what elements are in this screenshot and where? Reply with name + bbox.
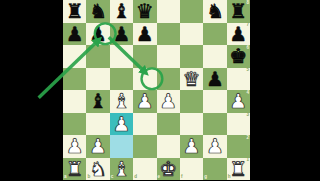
letterboxed-video-frame: ♜♞♝♛♞♜8♟♟♟♟♟7♚6♛♟5♝♝♟♟♟4♟3♟♟♟♟2♜a♞b♝cd♚e… <box>0 0 320 180</box>
square-d4[interactable]: ♟ <box>133 90 156 113</box>
piece-white-pawn-a2[interactable]: ♟ <box>66 136 84 156</box>
square-d6[interactable] <box>133 45 156 68</box>
square-b8[interactable]: ♞ <box>86 0 109 23</box>
square-g2[interactable]: ♟ <box>203 135 226 158</box>
piece-white-queen-f5[interactable]: ♛ <box>183 68 201 88</box>
piece-black-pawn-b7[interactable]: ♟ <box>89 23 107 43</box>
square-e1[interactable]: ♚e <box>157 158 180 181</box>
square-e8[interactable] <box>157 0 180 23</box>
square-a4[interactable] <box>63 90 86 113</box>
piece-white-king-e1[interactable]: ♚ <box>159 158 177 178</box>
square-a2[interactable]: ♟ <box>63 135 86 158</box>
piece-white-pawn-h4[interactable]: ♟ <box>229 91 247 111</box>
piece-white-pawn-e4[interactable]: ♟ <box>159 91 177 111</box>
coord-rank-3: 3 <box>246 113 249 118</box>
piece-black-queen-d8[interactable]: ♛ <box>136 1 154 21</box>
square-c3[interactable]: ♟ <box>110 113 133 136</box>
square-h2[interactable]: 2 <box>227 135 250 158</box>
square-g7[interactable] <box>203 23 226 46</box>
square-c4[interactable]: ♝ <box>110 90 133 113</box>
coord-file-d: d <box>134 175 137 180</box>
square-g4[interactable] <box>203 90 226 113</box>
piece-black-rook-a8[interactable]: ♜ <box>66 1 84 21</box>
piece-black-knight-b8[interactable]: ♞ <box>89 1 107 21</box>
square-g1[interactable]: g <box>203 158 226 181</box>
square-f6[interactable] <box>180 45 203 68</box>
square-f1[interactable]: f <box>180 158 203 181</box>
piece-white-pawn-b2[interactable]: ♟ <box>89 136 107 156</box>
square-b4[interactable]: ♝ <box>86 90 109 113</box>
square-g6[interactable] <box>203 45 226 68</box>
square-g8[interactable]: ♞ <box>203 0 226 23</box>
piece-black-pawn-h7[interactable]: ♟ <box>229 23 247 43</box>
square-e6[interactable] <box>157 45 180 68</box>
square-f7[interactable] <box>180 23 203 46</box>
piece-black-rook-h8[interactable]: ♜ <box>229 1 247 21</box>
square-b2[interactable]: ♟ <box>86 135 109 158</box>
piece-white-pawn-d4[interactable]: ♟ <box>136 91 154 111</box>
square-c2[interactable] <box>110 135 133 158</box>
coord-rank-5: 5 <box>246 68 249 73</box>
square-a8[interactable]: ♜ <box>63 0 86 23</box>
square-h8[interactable]: ♜8 <box>227 0 250 23</box>
chess-board: ♜♞♝♛♞♜8♟♟♟♟♟7♚6♛♟5♝♝♟♟♟4♟3♟♟♟♟2♜a♞b♝cd♚e… <box>63 0 250 180</box>
square-h6[interactable]: ♚6 <box>227 45 250 68</box>
piece-white-bishop-c1[interactable]: ♝ <box>112 158 130 178</box>
square-d3[interactable] <box>133 113 156 136</box>
piece-black-king-h6[interactable]: ♚ <box>229 46 247 66</box>
square-a1[interactable]: ♜a <box>63 158 86 181</box>
square-b5[interactable] <box>86 68 109 91</box>
square-c7[interactable]: ♟ <box>110 23 133 46</box>
piece-black-knight-g8[interactable]: ♞ <box>206 1 224 21</box>
square-a5[interactable] <box>63 68 86 91</box>
piece-black-bishop-b4[interactable]: ♝ <box>89 91 107 111</box>
square-c6[interactable] <box>110 45 133 68</box>
coord-file-g: g <box>204 175 207 180</box>
square-g5[interactable]: ♟ <box>203 68 226 91</box>
square-h1[interactable]: ♜h1 <box>227 158 250 181</box>
square-c8[interactable]: ♝ <box>110 0 133 23</box>
piece-black-bishop-c8[interactable]: ♝ <box>112 1 130 21</box>
square-h7[interactable]: ♟7 <box>227 23 250 46</box>
piece-white-knight-b1[interactable]: ♞ <box>89 158 107 178</box>
square-f8[interactable] <box>180 0 203 23</box>
square-b1[interactable]: ♞b <box>86 158 109 181</box>
piece-white-rook-h1[interactable]: ♜ <box>229 158 247 178</box>
piece-white-pawn-g2[interactable]: ♟ <box>206 136 224 156</box>
coord-file-f: f <box>181 175 183 180</box>
square-h3[interactable]: 3 <box>227 113 250 136</box>
piece-white-rook-a1[interactable]: ♜ <box>66 158 84 178</box>
square-e5[interactable] <box>157 68 180 91</box>
square-e2[interactable] <box>157 135 180 158</box>
square-e3[interactable] <box>157 113 180 136</box>
square-d8[interactable]: ♛ <box>133 0 156 23</box>
square-f4[interactable] <box>180 90 203 113</box>
piece-black-pawn-g5[interactable]: ♟ <box>206 68 224 88</box>
square-d7[interactable]: ♟ <box>133 23 156 46</box>
piece-white-bishop-c4[interactable]: ♝ <box>112 91 130 111</box>
square-c1[interactable]: ♝c <box>110 158 133 181</box>
coord-rank-2: 2 <box>246 136 249 141</box>
piece-black-pawn-c7[interactable]: ♟ <box>112 23 130 43</box>
square-d2[interactable] <box>133 135 156 158</box>
square-e4[interactable]: ♟ <box>157 90 180 113</box>
square-b3[interactable] <box>86 113 109 136</box>
square-h4[interactable]: ♟4 <box>227 90 250 113</box>
square-b6[interactable] <box>86 45 109 68</box>
square-a6[interactable] <box>63 45 86 68</box>
square-e7[interactable] <box>157 23 180 46</box>
piece-white-pawn-c3[interactable]: ♟ <box>112 113 130 133</box>
square-h5[interactable]: 5 <box>227 68 250 91</box>
piece-black-pawn-d7[interactable]: ♟ <box>136 23 154 43</box>
piece-black-pawn-a7[interactable]: ♟ <box>66 23 84 43</box>
square-a7[interactable]: ♟ <box>63 23 86 46</box>
square-f5[interactable]: ♛ <box>180 68 203 91</box>
square-b7[interactable]: ♟ <box>86 23 109 46</box>
square-d5[interactable] <box>133 68 156 91</box>
square-c5[interactable] <box>110 68 133 91</box>
square-d1[interactable]: d <box>133 158 156 181</box>
square-a3[interactable] <box>63 113 86 136</box>
square-f3[interactable] <box>180 113 203 136</box>
square-f2[interactable]: ♟ <box>180 135 203 158</box>
square-g3[interactable] <box>203 113 226 136</box>
piece-white-pawn-f2[interactable]: ♟ <box>183 136 201 156</box>
